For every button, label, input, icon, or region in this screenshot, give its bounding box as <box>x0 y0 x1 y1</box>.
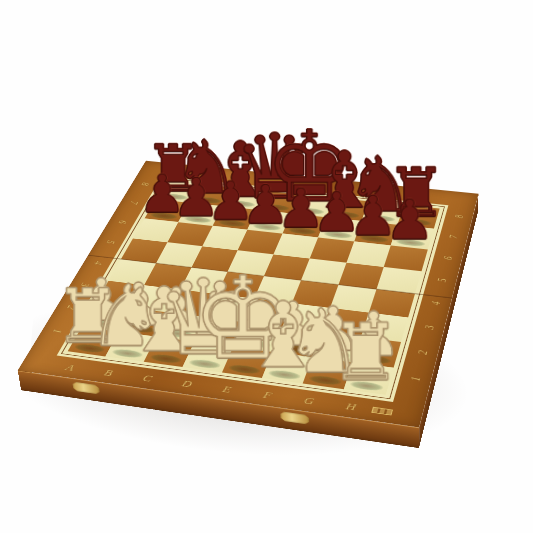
product-photo-chess-set: ♜♞♝♛♚♝♞♜♟♟♟♟♟♟♟♟♟♟♟♟♟♟♟♟♜♞♝♛♚♝♞♜ ABCDEFG… <box>0 0 533 533</box>
rank-label-left-7: 7 <box>126 200 141 204</box>
rank-label-right-1: 1 <box>407 376 425 382</box>
file-label-h: H <box>344 401 357 413</box>
chess-board: ♜♞♝♛♚♝♞♜♟♟♟♟♟♟♟♟♟♟♟♟♟♟♟♟♜♞♝♛♚♝♞♜ ABCDEFG… <box>18 161 479 428</box>
brand-stamp <box>371 407 393 416</box>
rank-label-left-6: 6 <box>114 220 129 225</box>
perspective-scene: ♜♞♝♛♚♝♞♜♟♟♟♟♟♟♟♟♟♟♟♟♟♟♟♟♜♞♝♛♚♝♞♜ ABCDEFG… <box>0 0 533 533</box>
black-pawn-h7: ♟ <box>385 194 434 246</box>
rank-label-left-5: 5 <box>102 240 117 245</box>
rank-label-right-4: 4 <box>427 300 444 306</box>
square-h1: ♜ <box>344 362 394 394</box>
board-squares: ♜♞♝♛♚♝♞♜♟♟♟♟♟♟♟♟♟♟♟♟♟♟♟♟♜♞♝♛♚♝♞♜ <box>68 181 440 395</box>
white-rook-h1: ♜ <box>330 316 400 390</box>
file-label-a: A <box>64 362 77 373</box>
rank-label-right-2: 2 <box>414 349 431 355</box>
rank-label-right-8: 8 <box>451 214 466 219</box>
square-h6 <box>384 245 428 271</box>
rank-label-right-3: 3 <box>421 324 438 330</box>
file-label-f: F <box>262 389 274 401</box>
file-label-g: G <box>302 395 315 407</box>
brass-clasp-right <box>280 411 309 425</box>
file-label-c: C <box>141 373 154 385</box>
fold-seam-right <box>451 298 452 319</box>
rank-label-right-7: 7 <box>446 234 462 239</box>
file-label-d: D <box>180 378 194 390</box>
rank-label-left-4: 4 <box>89 260 105 265</box>
file-label-b: B <box>102 367 115 378</box>
rank-label-right-5: 5 <box>434 278 450 283</box>
rank-label-right-6: 6 <box>440 256 456 261</box>
brass-clasp-left <box>72 382 100 395</box>
square-h7: ♟ <box>391 225 434 250</box>
file-label-e: E <box>221 384 233 396</box>
